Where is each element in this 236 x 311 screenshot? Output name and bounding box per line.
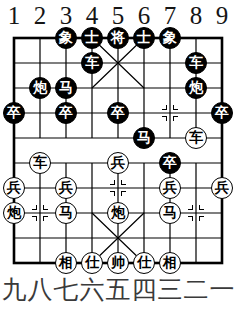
- piece-black-elephant[interactable]: 象: [55, 27, 77, 49]
- file-label-bottom-1: 九: [1, 274, 27, 306]
- piece-red-chariot[interactable]: 车: [185, 127, 207, 149]
- file-label-bottom-5: 五: [105, 274, 131, 306]
- file-label-bottom-3: 七: [53, 274, 79, 306]
- piece-red-soldier[interactable]: 兵: [107, 152, 129, 174]
- piece-red-elephant[interactable]: 相: [55, 252, 77, 274]
- point-marker: [110, 180, 126, 196]
- file-label-bottom-4: 六: [79, 274, 105, 306]
- piece-red-chariot[interactable]: 车: [29, 152, 51, 174]
- piece-red-cannon[interactable]: 炮: [3, 202, 25, 224]
- piece-black-soldier[interactable]: 卒: [159, 152, 181, 174]
- piece-black-soldier[interactable]: 卒: [3, 102, 25, 124]
- piece-red-advisor[interactable]: 仕: [81, 252, 103, 274]
- piece-black-chariot[interactable]: 车: [185, 52, 207, 74]
- point-marker: [188, 205, 204, 221]
- piece-black-general[interactable]: 将: [107, 27, 129, 49]
- xiangqi-diagram: 123456789 象士将士象车车炮马炮卒卒卒卒马车车兵卒兵兵兵兵炮马炮马相仕帅…: [0, 0, 236, 311]
- piece-red-soldier[interactable]: 兵: [3, 177, 25, 199]
- piece-red-soldier[interactable]: 兵: [159, 177, 181, 199]
- piece-black-horse[interactable]: 马: [55, 77, 77, 99]
- piece-black-cannon[interactable]: 炮: [185, 77, 207, 99]
- xiangqi-board: 象士将士象车车炮马炮卒卒卒卒马车车兵卒兵兵兵兵炮马炮马相仕帅仕相: [1, 25, 235, 275]
- piece-black-soldier[interactable]: 卒: [107, 102, 129, 124]
- piece-black-chariot[interactable]: 车: [81, 52, 103, 74]
- piece-black-soldier[interactable]: 卒: [211, 102, 233, 124]
- piece-black-elephant[interactable]: 象: [159, 27, 181, 49]
- file-label-bottom-9: 一: [209, 274, 235, 306]
- file-label-bottom-7: 三: [157, 274, 183, 306]
- piece-black-soldier[interactable]: 卒: [55, 102, 77, 124]
- piece-black-advisor[interactable]: 士: [133, 27, 155, 49]
- piece-red-soldier[interactable]: 兵: [211, 177, 233, 199]
- piece-red-elephant[interactable]: 相: [159, 252, 181, 274]
- file-label-bottom-2: 八: [27, 274, 53, 306]
- piece-black-advisor[interactable]: 士: [81, 27, 103, 49]
- bottom-coordinates: 九八七六五四三二一: [1, 274, 235, 306]
- piece-red-general[interactable]: 帅: [107, 252, 129, 274]
- piece-red-advisor[interactable]: 仕: [133, 252, 155, 274]
- piece-red-horse[interactable]: 马: [159, 202, 181, 224]
- piece-black-horse[interactable]: 马: [133, 127, 155, 149]
- piece-black-cannon[interactable]: 炮: [29, 77, 51, 99]
- file-label-bottom-8: 二: [183, 274, 209, 306]
- piece-red-horse[interactable]: 马: [55, 202, 77, 224]
- file-label-bottom-6: 四: [131, 274, 157, 306]
- piece-red-cannon[interactable]: 炮: [107, 202, 129, 224]
- point-marker: [162, 105, 178, 121]
- piece-red-soldier[interactable]: 兵: [55, 177, 77, 199]
- point-marker: [32, 205, 48, 221]
